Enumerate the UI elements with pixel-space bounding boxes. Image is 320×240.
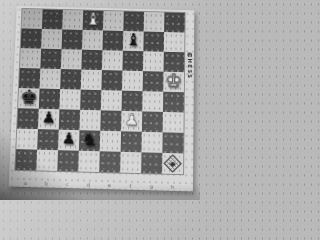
black-pawn[interactable]: ♟ [58, 127, 79, 148]
square-a7[interactable] [21, 28, 42, 48]
square-c4[interactable] [59, 89, 80, 110]
square-g7[interactable] [143, 32, 164, 52]
file-label-d: d [78, 182, 99, 188]
square-c1[interactable] [57, 150, 79, 171]
square-e1[interactable] [99, 151, 120, 172]
chess-board: ♝♝♚♚♟♟♟♞ [15, 9, 184, 174]
photo-background: { "game": "chess", "position": { "fen": … [0, 0, 200, 200]
square-h7[interactable] [164, 32, 185, 52]
file-label-a: a [15, 180, 36, 186]
square-h3[interactable] [163, 112, 184, 133]
square-g6[interactable] [143, 51, 164, 71]
square-f1[interactable] [120, 152, 141, 173]
white-pawn[interactable]: ♟ [121, 108, 142, 129]
file-label-b: b [36, 180, 57, 186]
square-f3[interactable]: ♟ [121, 111, 142, 132]
square-a3[interactable] [17, 108, 39, 129]
square-e3[interactable] [100, 110, 121, 131]
white-bishop[interactable]: ♝ [83, 8, 104, 28]
square-h5[interactable]: ♚ [163, 72, 184, 93]
square-f6[interactable] [122, 51, 143, 71]
file-label-c: c [57, 181, 78, 187]
square-g2[interactable] [142, 132, 163, 153]
square-d7[interactable] [82, 30, 103, 50]
brand-text: CHESS [186, 53, 192, 79]
square-g1[interactable] [141, 152, 162, 173]
square-d6[interactable] [81, 50, 102, 70]
square-h1[interactable] [162, 153, 183, 174]
square-b2[interactable] [37, 129, 59, 150]
square-d2[interactable]: ♞ [79, 130, 100, 151]
square-b5[interactable] [40, 69, 61, 90]
square-g4[interactable] [142, 91, 163, 112]
square-e4[interactable] [101, 90, 122, 111]
square-c8[interactable] [62, 10, 83, 30]
square-f5[interactable] [122, 71, 143, 92]
square-c2[interactable]: ♟ [58, 130, 80, 151]
square-b1[interactable] [36, 150, 58, 171]
square-a6[interactable] [20, 48, 41, 68]
square-b3[interactable]: ♟ [38, 109, 59, 130]
square-d8[interactable]: ♝ [83, 10, 104, 30]
file-label-g: g [141, 183, 162, 189]
square-g8[interactable] [144, 12, 165, 32]
square-e6[interactable] [102, 50, 123, 70]
black-knight[interactable]: ♞ [79, 128, 100, 149]
black-pawn[interactable]: ♟ [38, 106, 59, 127]
square-a4[interactable]: ♚ [18, 88, 39, 109]
square-h4[interactable] [163, 92, 184, 113]
square-c5[interactable] [60, 69, 81, 90]
square-h2[interactable] [162, 132, 183, 153]
white-king[interactable]: ♚ [163, 69, 184, 90]
square-g5[interactable] [143, 71, 164, 92]
square-e8[interactable] [103, 11, 124, 31]
square-d1[interactable] [78, 151, 100, 172]
square-e7[interactable] [102, 30, 123, 50]
square-f2[interactable] [121, 131, 142, 152]
square-a1[interactable] [15, 149, 37, 170]
black-king[interactable]: ♚ [18, 86, 39, 107]
chess-board-mat: ♝♝♚♚♟♟♟♞ abcdefgh ⓄCHESS [9, 6, 195, 191]
board-corner-logo-icon [165, 155, 181, 171]
square-a8[interactable] [22, 9, 43, 29]
square-e5[interactable] [101, 70, 122, 91]
square-g3[interactable] [142, 111, 163, 132]
square-f7[interactable]: ♝ [123, 31, 144, 51]
square-c7[interactable] [62, 29, 83, 49]
brand-label: ⓄCHESS [186, 48, 192, 80]
square-b6[interactable] [40, 49, 61, 69]
square-b8[interactable] [42, 9, 63, 29]
square-d4[interactable] [80, 90, 101, 111]
file-labels: abcdefgh [15, 180, 183, 190]
file-label-f: f [120, 183, 141, 189]
black-bishop[interactable]: ♝ [123, 29, 144, 49]
square-a2[interactable] [16, 129, 38, 150]
square-h8[interactable] [164, 12, 185, 32]
file-label-h: h [162, 184, 183, 190]
brand-mark-icon: Ⓞ [187, 48, 193, 53]
file-label-e: e [99, 182, 120, 188]
square-d5[interactable] [81, 70, 102, 91]
square-e2[interactable] [100, 131, 121, 152]
square-b7[interactable] [41, 29, 62, 49]
square-c6[interactable] [61, 49, 82, 69]
